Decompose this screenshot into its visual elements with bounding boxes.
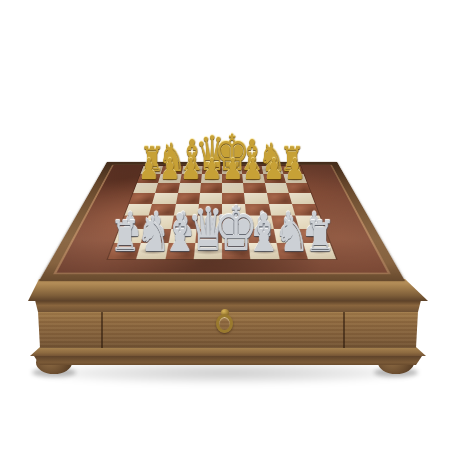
board-square-g5[interactable]: [266, 193, 291, 204]
lid-edge-molding: [28, 279, 428, 301]
piece-silver-rook[interactable]: ♜: [304, 216, 334, 258]
drawer-seam-left: [101, 311, 103, 348]
base-molding-upper: [30, 347, 426, 356]
board-square-a5[interactable]: [129, 193, 155, 204]
chess-set-photo: ♜♞♝♛♚♝♞♜♟♟♟♟♟♟♟♟♟♟♟♟♟♟♟♟♜♞♝♛♚♝♞♜: [0, 0, 450, 450]
piece-silver-knight[interactable]: ♞: [274, 211, 309, 259]
piece-gold-pawn[interactable]: ♟: [243, 155, 264, 184]
piece-gold-pawn[interactable]: ♟: [264, 155, 285, 184]
piece-gold-pawn[interactable]: ♟: [222, 155, 243, 184]
piece-gold-pawn[interactable]: ♟: [285, 155, 306, 184]
chest-cast-shadow: [38, 362, 414, 384]
board-square-b5[interactable]: [152, 193, 177, 204]
piece-gold-pawn[interactable]: ♟: [160, 155, 181, 184]
board-square-h5[interactable]: [289, 193, 315, 204]
drawer-ring-pull-icon[interactable]: [216, 314, 233, 333]
drawer-seam-right: [343, 311, 345, 348]
base-molding-lower: [34, 356, 422, 365]
piece-gold-pawn[interactable]: ♟: [139, 155, 160, 184]
piece-gold-pawn[interactable]: ♟: [180, 155, 201, 184]
piece-gold-pawn[interactable]: ♟: [201, 155, 222, 184]
